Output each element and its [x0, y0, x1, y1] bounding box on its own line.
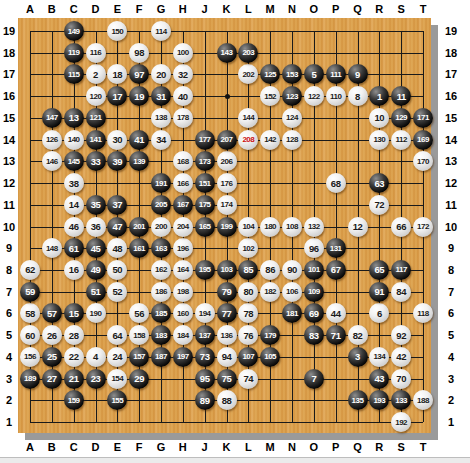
stone-black-159-C2: 159 — [64, 390, 84, 410]
row-label-right-2: 2 — [441, 393, 461, 407]
stone-white-50-E8: 50 — [107, 260, 127, 280]
stone-white-196-H9: 196 — [173, 238, 193, 258]
stone-white-24-E4: 24 — [107, 347, 127, 367]
stone-black-153-N17: 153 — [282, 64, 302, 84]
stone-black-21-C3: 21 — [64, 369, 84, 389]
stone-white-80-L7: 80 — [238, 282, 258, 302]
stone-black-151-J12: 151 — [195, 173, 215, 193]
stone-white-34-G14: 34 — [151, 130, 171, 150]
row-label-right-9: 9 — [441, 241, 461, 255]
stone-white-156-A4: 156 — [20, 347, 40, 367]
stone-white-160-H6: 160 — [173, 303, 193, 323]
col-label-top-M: M — [260, 2, 280, 16]
row-label-left-3: 3 — [0, 372, 19, 386]
stone-black-105-M4: 105 — [260, 347, 280, 367]
row-label-left-15: 15 — [0, 111, 19, 125]
stone-black-95-J3: 95 — [195, 369, 215, 389]
stone-black-195-J8: 195 — [195, 260, 215, 280]
col-label-top-P: P — [326, 2, 346, 16]
col-label-top-A: A — [20, 2, 40, 16]
stone-white-112-S14: 112 — [391, 130, 411, 150]
row-label-left-4: 4 — [0, 350, 19, 364]
stone-black-129-S15: 129 — [391, 108, 411, 128]
col-label-bottom-S: S — [391, 440, 411, 454]
stone-black-179-M5: 179 — [260, 325, 280, 345]
stone-white-114-G19: 114 — [151, 21, 171, 41]
stone-black-25-B4: 25 — [42, 347, 62, 367]
row-label-right-8: 8 — [441, 263, 461, 277]
stone-white-168-H13: 168 — [173, 151, 193, 171]
col-label-bottom-T: T — [413, 440, 433, 454]
stone-white-124-N15: 124 — [282, 108, 302, 128]
stone-white-128-N14: 128 — [282, 130, 302, 150]
stone-white-48-E9: 48 — [107, 238, 127, 258]
row-label-right-17: 17 — [441, 67, 461, 81]
stone-black-45-D9: 45 — [86, 238, 106, 258]
stone-white-94-K4: 94 — [217, 347, 237, 367]
stone-black-73-J4: 73 — [195, 347, 215, 367]
stone-white-102-L9: 102 — [238, 238, 258, 258]
stone-white-58-A6: 58 — [20, 303, 40, 323]
stone-black-5-O17: 5 — [304, 64, 324, 84]
stone-white-194-J6: 194 — [195, 303, 215, 323]
stone-white-130-R14: 130 — [369, 130, 389, 150]
stone-white-144-L15: 144 — [238, 108, 258, 128]
stone-white-200-G10: 200 — [151, 217, 171, 237]
stone-white-64-E5: 64 — [107, 325, 127, 345]
stone-black-63-R12: 63 — [369, 173, 389, 193]
stone-white-78-L6: 78 — [238, 303, 258, 323]
stone-black-139-F13: 139 — [129, 151, 149, 171]
stone-black-9-Q17: 9 — [348, 64, 368, 84]
stone-black-141-D14: 141 — [86, 130, 106, 150]
stone-black-119-C18: 119 — [64, 43, 84, 63]
stone-black-31-G16: 31 — [151, 86, 171, 106]
stone-white-166-H12: 166 — [173, 173, 193, 193]
row-label-right-19: 19 — [441, 24, 461, 38]
stone-black-121-D15: 121 — [86, 108, 106, 128]
stone-white-90-N8: 90 — [282, 260, 302, 280]
stone-white-170-T13: 170 — [413, 151, 433, 171]
stone-white-26-B5: 26 — [42, 325, 62, 345]
stone-white-206-K13: 206 — [217, 151, 237, 171]
stone-black-79-K7: 79 — [217, 282, 237, 302]
stone-black-3-Q4: 3 — [348, 347, 368, 367]
stone-white-66-S10: 66 — [391, 217, 411, 237]
stone-white-12-Q10: 12 — [348, 217, 368, 237]
stone-white-28-C5: 28 — [64, 325, 84, 345]
stone-black-27-B3: 27 — [42, 369, 62, 389]
stone-black-83-O5: 83 — [304, 325, 324, 345]
row-label-right-4: 4 — [441, 350, 461, 364]
window-bottom-bar — [0, 457, 470, 463]
stone-black-13-C15: 13 — [64, 108, 84, 128]
stone-white-146-B13: 146 — [42, 151, 62, 171]
stone-black-91-R7: 91 — [369, 282, 389, 302]
col-label-top-E: E — [107, 2, 127, 16]
stone-black-189-A3: 189 — [20, 369, 40, 389]
stone-white-190-D6: 190 — [86, 303, 106, 323]
stone-white-180-M10: 180 — [260, 217, 280, 237]
stone-white-188-T2: 188 — [413, 390, 433, 410]
stone-white-40-H16: 40 — [173, 86, 193, 106]
row-label-right-6: 6 — [441, 306, 461, 320]
col-label-bottom-C: C — [64, 440, 84, 454]
row-label-left-8: 8 — [0, 263, 19, 277]
col-label-bottom-R: R — [369, 440, 389, 454]
row-label-right-11: 11 — [441, 198, 461, 212]
stone-black-41-F14: 41 — [129, 130, 149, 150]
col-label-bottom-O: O — [304, 440, 324, 454]
stone-white-82-Q5: 82 — [348, 325, 368, 345]
go-game-record-window: 1234567891011121314151617181920212223242… — [0, 0, 470, 463]
col-label-top-R: R — [369, 2, 389, 16]
stone-black-109-O7: 109 — [304, 282, 324, 302]
stone-white-192-S1: 192 — [391, 412, 411, 432]
stone-white-88-K2: 88 — [217, 390, 237, 410]
stone-white-204-H10: 204 — [173, 217, 193, 237]
stone-white-10-R15: 10 — [369, 108, 389, 128]
stone-black-107-L4: 107 — [238, 347, 258, 367]
stone-black-191-G12: 191 — [151, 173, 171, 193]
stone-black-103-K8: 103 — [217, 260, 237, 280]
stone-white-16-C8: 16 — [64, 260, 84, 280]
stone-white-136-K5: 136 — [217, 325, 237, 345]
col-label-bottom-G: G — [151, 440, 171, 454]
stone-black-77-K6: 77 — [217, 303, 237, 323]
stone-white-182-M7: 182 — [260, 282, 280, 302]
stone-black-205-G11: 205 — [151, 195, 171, 215]
stone-white-154-E3: 154 — [107, 369, 127, 389]
stone-white-126-B14: 126 — [42, 130, 62, 150]
col-label-top-J: J — [195, 2, 215, 16]
stone-black-199-K10: 199 — [217, 217, 237, 237]
stone-white-116-D18: 116 — [86, 43, 106, 63]
row-label-right-12: 12 — [441, 176, 461, 190]
row-label-left-5: 5 — [0, 328, 19, 342]
stone-white-118-T6: 118 — [413, 303, 433, 323]
grid-line-horizontal — [30, 422, 423, 423]
stone-white-150-E19: 150 — [107, 21, 127, 41]
stone-white-172-T10: 172 — [413, 217, 433, 237]
stone-black-71-P5: 71 — [326, 325, 346, 345]
stone-black-117-S8: 117 — [391, 260, 411, 280]
col-label-bottom-P: P — [326, 440, 346, 454]
row-label-right-18: 18 — [441, 46, 461, 60]
stone-black-137-J5: 137 — [195, 325, 215, 345]
stone-white-42-S4: 42 — [391, 347, 411, 367]
row-label-left-18: 18 — [0, 46, 19, 60]
row-label-left-10: 10 — [0, 220, 19, 234]
stone-white-56-F6: 56 — [129, 303, 149, 323]
col-label-top-K: K — [217, 2, 237, 16]
row-label-left-7: 7 — [0, 285, 19, 299]
stone-black-165-J10: 165 — [195, 217, 215, 237]
stone-black-33-D13: 33 — [86, 151, 106, 171]
row-label-right-5: 5 — [441, 328, 461, 342]
stone-white-208-L14: 208 — [238, 130, 258, 150]
stone-black-75-K3: 75 — [217, 369, 237, 389]
stone-white-62-A8: 62 — [20, 260, 40, 280]
row-label-right-15: 15 — [441, 111, 461, 125]
stone-white-174-K11: 174 — [217, 195, 237, 215]
stone-white-22-C4: 22 — [64, 347, 84, 367]
stone-black-57-B6: 57 — [42, 303, 62, 323]
stone-white-2-D17: 2 — [86, 64, 106, 84]
row-label-left-13: 13 — [0, 154, 19, 168]
stone-black-169-T14: 169 — [413, 130, 433, 150]
stone-white-18-E17: 18 — [107, 64, 127, 84]
stone-white-142-M14: 142 — [260, 130, 280, 150]
stone-white-138-G15: 138 — [151, 108, 171, 128]
stone-black-207-K14: 207 — [217, 130, 237, 150]
row-label-left-16: 16 — [0, 89, 19, 103]
stone-white-14-C11: 14 — [64, 195, 84, 215]
stone-white-4-D4: 4 — [86, 347, 106, 367]
stone-black-143-K18: 143 — [217, 43, 237, 63]
stone-black-35-D11: 35 — [86, 195, 106, 215]
stone-black-19-F16: 19 — [129, 86, 149, 106]
stone-white-32-H17: 32 — [173, 64, 193, 84]
stone-black-67-P8: 67 — [326, 260, 346, 280]
stone-black-7-O3: 7 — [304, 369, 324, 389]
stone-white-148-B9: 148 — [42, 238, 62, 258]
stone-white-74-L3: 74 — [238, 369, 258, 389]
col-label-bottom-E: E — [107, 440, 127, 454]
stone-black-181-N6: 181 — [282, 303, 302, 323]
stone-white-70-S3: 70 — [391, 369, 411, 389]
stone-white-140-C14: 140 — [64, 130, 84, 150]
stone-white-186-G7: 186 — [151, 282, 171, 302]
stone-white-68-P12: 68 — [326, 173, 346, 193]
stone-black-1-R16: 1 — [369, 86, 389, 106]
row-label-left-2: 2 — [0, 393, 19, 407]
stone-black-201-F10: 201 — [129, 217, 149, 237]
stone-black-145-C13: 145 — [64, 151, 84, 171]
stone-white-162-G8: 162 — [151, 260, 171, 280]
stone-white-86-M8: 86 — [260, 260, 280, 280]
row-label-left-9: 9 — [0, 241, 19, 255]
stone-black-193-R2: 193 — [369, 390, 389, 410]
stone-black-11-S16: 11 — [391, 86, 411, 106]
row-label-left-17: 17 — [0, 67, 19, 81]
col-label-bottom-J: J — [195, 440, 215, 454]
row-label-left-14: 14 — [0, 133, 19, 147]
stone-black-133-S2: 133 — [391, 390, 411, 410]
stone-white-6-R6: 6 — [369, 303, 389, 323]
star-point-K16 — [225, 94, 230, 99]
stone-white-100-H18: 100 — [173, 43, 193, 63]
row-label-left-11: 11 — [0, 198, 19, 212]
stone-black-123-N16: 123 — [282, 86, 302, 106]
stone-black-29-F3: 29 — [129, 369, 149, 389]
stone-black-135-Q2: 135 — [348, 390, 368, 410]
stone-white-184-H5: 184 — [173, 325, 193, 345]
row-label-right-7: 7 — [441, 285, 461, 299]
stone-white-60-A5: 60 — [20, 325, 40, 345]
stone-white-120-D16: 120 — [86, 86, 106, 106]
stone-black-125-M17: 125 — [260, 64, 280, 84]
stone-white-158-F5: 158 — [129, 325, 149, 345]
col-label-bottom-A: A — [20, 440, 40, 454]
col-label-bottom-N: N — [282, 440, 302, 454]
col-label-top-N: N — [282, 2, 302, 16]
col-label-bottom-M: M — [260, 440, 280, 454]
stone-black-177-J14: 177 — [195, 130, 215, 150]
stone-white-44-P6: 44 — [326, 303, 346, 323]
stone-white-122-O16: 122 — [304, 86, 324, 106]
stone-black-39-E13: 39 — [107, 151, 127, 171]
stone-white-8-Q16: 8 — [348, 86, 368, 106]
col-label-top-L: L — [238, 2, 258, 16]
stone-black-183-G5: 183 — [151, 325, 171, 345]
stone-black-147-B15: 147 — [42, 108, 62, 128]
stone-white-38-C12: 38 — [64, 173, 84, 193]
stone-white-152-M16: 152 — [260, 86, 280, 106]
col-label-top-O: O — [304, 2, 324, 16]
col-label-bottom-Q: Q — [348, 440, 368, 454]
row-label-right-14: 14 — [441, 133, 461, 147]
stone-white-198-H7: 198 — [173, 282, 193, 302]
col-label-top-B: B — [42, 2, 62, 16]
stone-white-30-E14: 30 — [107, 130, 127, 150]
stone-black-185-G6: 185 — [151, 303, 171, 323]
stone-black-69-O6: 69 — [304, 303, 324, 323]
col-label-top-S: S — [391, 2, 411, 16]
stone-white-72-R11: 72 — [369, 195, 389, 215]
stone-black-197-H4: 197 — [173, 347, 193, 367]
stone-white-104-L10: 104 — [238, 217, 258, 237]
stone-white-76-L5: 76 — [238, 325, 258, 345]
col-label-top-C: C — [64, 2, 84, 16]
col-label-top-Q: Q — [348, 2, 368, 16]
col-label-top-H: H — [173, 2, 193, 16]
stone-white-36-D10: 36 — [86, 217, 106, 237]
stone-black-187-G4: 187 — [151, 347, 171, 367]
stone-black-173-J13: 173 — [195, 151, 215, 171]
go-board[interactable]: 1234567891011121314151617181920212223242… — [18, 18, 431, 433]
stone-black-111-P17: 111 — [326, 64, 346, 84]
stone-black-51-D7: 51 — [86, 282, 106, 302]
stone-white-178-H15: 178 — [173, 108, 193, 128]
row-label-right-13: 13 — [441, 154, 461, 168]
stone-black-175-J11: 175 — [195, 195, 215, 215]
col-label-bottom-H: H — [173, 440, 193, 454]
stone-black-43-R3: 43 — [369, 369, 389, 389]
stone-white-98-F18: 98 — [129, 43, 149, 63]
row-label-left-12: 12 — [0, 176, 19, 190]
stone-black-61-C9: 61 — [64, 238, 84, 258]
row-label-left-19: 19 — [0, 24, 19, 38]
stone-white-132-O10: 132 — [304, 217, 324, 237]
stone-black-65-R8: 65 — [369, 260, 389, 280]
col-label-top-G: G — [151, 2, 171, 16]
stone-white-20-G17: 20 — [151, 64, 171, 84]
stone-black-97-F17: 97 — [129, 64, 149, 84]
row-label-right-16: 16 — [441, 89, 461, 103]
col-label-bottom-F: F — [129, 440, 149, 454]
stone-white-202-L17: 202 — [238, 64, 258, 84]
row-label-right-10: 10 — [441, 220, 461, 234]
stone-black-115-C17: 115 — [64, 64, 84, 84]
stone-white-92-S5: 92 — [391, 325, 411, 345]
row-label-left-6: 6 — [0, 306, 19, 320]
col-label-bottom-K: K — [217, 440, 237, 454]
stone-black-149-C19: 149 — [64, 21, 84, 41]
col-label-top-D: D — [86, 2, 106, 16]
stone-black-59-A7: 59 — [20, 282, 40, 302]
stone-black-155-E2: 155 — [107, 390, 127, 410]
stone-white-108-N10: 108 — [282, 217, 302, 237]
stone-black-203-L18: 203 — [238, 43, 258, 63]
stone-white-52-E7: 52 — [107, 282, 127, 302]
stone-black-157-F4: 157 — [129, 347, 149, 367]
stone-black-89-J2: 89 — [195, 390, 215, 410]
row-label-right-3: 3 — [441, 372, 461, 386]
stone-white-96-O9: 96 — [304, 238, 324, 258]
stone-white-46-C10: 46 — [64, 217, 84, 237]
stone-black-167-H11: 167 — [173, 195, 193, 215]
stone-black-49-D8: 49 — [86, 260, 106, 280]
stone-black-23-D3: 23 — [86, 369, 106, 389]
row-label-left-1: 1 — [0, 415, 19, 429]
stone-white-110-P16: 110 — [326, 86, 346, 106]
col-label-bottom-B: B — [42, 440, 62, 454]
stone-white-164-H8: 164 — [173, 260, 193, 280]
col-label-bottom-D: D — [86, 440, 106, 454]
stone-black-161-F9: 161 — [129, 238, 149, 258]
stone-white-134-R4: 134 — [369, 347, 389, 367]
col-label-bottom-L: L — [238, 440, 258, 454]
stone-black-131-P9: 131 — [326, 238, 346, 258]
stone-black-15-C6: 15 — [64, 303, 84, 323]
stone-black-171-T15: 171 — [413, 108, 433, 128]
stone-black-85-L8: 85 — [238, 260, 258, 280]
stone-black-37-E11: 37 — [107, 195, 127, 215]
stone-white-84-S7: 84 — [391, 282, 411, 302]
col-label-top-F: F — [129, 2, 149, 16]
stone-white-176-K12: 176 — [217, 173, 237, 193]
stone-black-101-O8: 101 — [304, 260, 324, 280]
col-label-top-T: T — [413, 2, 433, 16]
stone-white-106-N7: 106 — [282, 282, 302, 302]
row-label-right-1: 1 — [441, 415, 461, 429]
stone-black-17-E16: 17 — [107, 86, 127, 106]
stone-black-163-G9: 163 — [151, 238, 171, 258]
stone-black-47-E10: 47 — [107, 217, 127, 237]
